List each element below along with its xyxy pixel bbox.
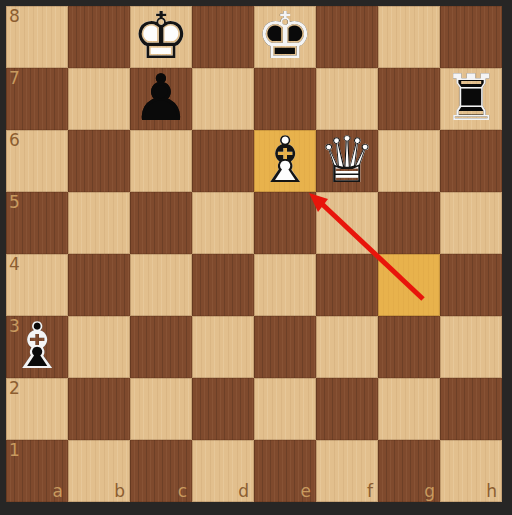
piece-white-queen[interactable]: ♛♕ xyxy=(316,130,378,192)
square-c2[interactable] xyxy=(130,378,192,440)
square-d4[interactable] xyxy=(192,254,254,316)
square-e8[interactable]: ♚♔ xyxy=(254,6,316,68)
square-h6[interactable] xyxy=(440,130,502,192)
file-label-g: g xyxy=(424,483,435,500)
square-a8[interactable]: 8 xyxy=(6,6,68,68)
square-g4[interactable] xyxy=(378,254,440,316)
rank-label-8: 8 xyxy=(9,8,20,25)
square-a2[interactable]: 2 xyxy=(6,378,68,440)
square-f2[interactable] xyxy=(316,378,378,440)
square-d5[interactable] xyxy=(192,192,254,254)
square-f6[interactable]: ♛♕ xyxy=(316,130,378,192)
square-g6[interactable] xyxy=(378,130,440,192)
square-a7[interactable]: 7 xyxy=(6,68,68,130)
rank-label-2: 2 xyxy=(9,380,20,397)
chess-board: 8♚♔♚♔7♟♙♜♖6♝♗♛♕543♝♗21abcdefgh xyxy=(6,6,502,502)
square-c7[interactable]: ♟♙ xyxy=(130,68,192,130)
square-g2[interactable] xyxy=(378,378,440,440)
square-d1[interactable]: d xyxy=(192,440,254,502)
piece-black-pawn[interactable]: ♟♙ xyxy=(130,68,192,130)
square-f3[interactable] xyxy=(316,316,378,378)
square-b2[interactable] xyxy=(68,378,130,440)
rank-label-4: 4 xyxy=(9,256,20,273)
piece-black-rook[interactable]: ♜♖ xyxy=(440,68,502,130)
square-d2[interactable] xyxy=(192,378,254,440)
square-c3[interactable] xyxy=(130,316,192,378)
square-f1[interactable]: f xyxy=(316,440,378,502)
square-a1[interactable]: 1a xyxy=(6,440,68,502)
square-c6[interactable] xyxy=(130,130,192,192)
file-label-c: c xyxy=(178,483,187,500)
square-h8[interactable] xyxy=(440,6,502,68)
rank-label-1: 1 xyxy=(9,442,20,459)
square-c8[interactable]: ♚♔ xyxy=(130,6,192,68)
file-label-d: d xyxy=(238,483,249,500)
square-g8[interactable] xyxy=(378,6,440,68)
chess-app-screen: 8♚♔♚♔7♟♙♜♖6♝♗♛♕543♝♗21abcdefgh xyxy=(0,0,512,515)
square-h7[interactable]: ♜♖ xyxy=(440,68,502,130)
square-h1[interactable]: h xyxy=(440,440,502,502)
square-e5[interactable] xyxy=(254,192,316,254)
square-c4[interactable] xyxy=(130,254,192,316)
square-e4[interactable] xyxy=(254,254,316,316)
square-b5[interactable] xyxy=(68,192,130,254)
square-d3[interactable] xyxy=(192,316,254,378)
square-d8[interactable] xyxy=(192,6,254,68)
square-e1[interactable]: e xyxy=(254,440,316,502)
piece-black-king[interactable]: ♚♔ xyxy=(254,6,316,68)
file-label-e: e xyxy=(301,483,311,500)
rank-label-7: 7 xyxy=(9,70,20,87)
square-b3[interactable] xyxy=(68,316,130,378)
square-a6[interactable]: 6 xyxy=(6,130,68,192)
square-f4[interactable] xyxy=(316,254,378,316)
square-b1[interactable]: b xyxy=(68,440,130,502)
square-c5[interactable] xyxy=(130,192,192,254)
square-h2[interactable] xyxy=(440,378,502,440)
square-b6[interactable] xyxy=(68,130,130,192)
file-label-f: f xyxy=(367,483,373,500)
square-f8[interactable] xyxy=(316,6,378,68)
file-label-a: a xyxy=(53,483,63,500)
rank-label-6: 6 xyxy=(9,132,20,149)
square-e6[interactable]: ♝♗ xyxy=(254,130,316,192)
square-a3[interactable]: 3♝♗ xyxy=(6,316,68,378)
square-e2[interactable] xyxy=(254,378,316,440)
square-b7[interactable] xyxy=(68,68,130,130)
square-g1[interactable]: g xyxy=(378,440,440,502)
square-g5[interactable] xyxy=(378,192,440,254)
square-a5[interactable]: 5 xyxy=(6,192,68,254)
square-d7[interactable] xyxy=(192,68,254,130)
piece-black-bishop[interactable]: ♝♗ xyxy=(6,316,68,378)
file-label-b: b xyxy=(114,483,125,500)
square-f7[interactable] xyxy=(316,68,378,130)
rank-label-5: 5 xyxy=(9,194,20,211)
square-c1[interactable]: c xyxy=(130,440,192,502)
square-h3[interactable] xyxy=(440,316,502,378)
square-b4[interactable] xyxy=(68,254,130,316)
square-g7[interactable] xyxy=(378,68,440,130)
square-e7[interactable] xyxy=(254,68,316,130)
square-b8[interactable] xyxy=(68,6,130,68)
square-f5[interactable] xyxy=(316,192,378,254)
file-label-h: h xyxy=(486,483,497,500)
square-h5[interactable] xyxy=(440,192,502,254)
square-a4[interactable]: 4 xyxy=(6,254,68,316)
square-g3[interactable] xyxy=(378,316,440,378)
square-e3[interactable] xyxy=(254,316,316,378)
piece-white-king[interactable]: ♚♔ xyxy=(130,6,192,68)
piece-white-bishop[interactable]: ♝♗ xyxy=(254,130,316,192)
square-d6[interactable] xyxy=(192,130,254,192)
square-h4[interactable] xyxy=(440,254,502,316)
